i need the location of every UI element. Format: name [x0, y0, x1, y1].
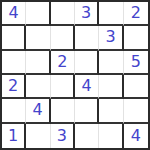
cell-r4c5[interactable]: [99, 75, 123, 99]
cell-r4c3[interactable]: [51, 75, 75, 99]
cell-r4c2[interactable]: [26, 75, 50, 99]
cell-r2c3[interactable]: [51, 26, 75, 50]
cell-r3c4[interactable]: [75, 51, 99, 75]
cell-r1c2[interactable]: [26, 2, 50, 26]
cell-r5c6[interactable]: [124, 99, 148, 123]
cell-r6c3[interactable]: 3: [51, 124, 75, 148]
bricks-board: 432325244134: [0, 0, 150, 150]
cell-r5c5[interactable]: [99, 99, 123, 123]
cell-r1c3[interactable]: [51, 2, 75, 26]
cell-r3c2[interactable]: [26, 51, 50, 75]
cell-r2c5[interactable]: 3: [99, 26, 123, 50]
cell-r2c6[interactable]: [124, 26, 148, 50]
cell-r2c4[interactable]: [75, 26, 99, 50]
cell-r3c1[interactable]: [2, 51, 26, 75]
cell-r6c5[interactable]: [99, 124, 123, 148]
cell-r4c4[interactable]: 4: [75, 75, 99, 99]
cell-r3c5[interactable]: [99, 51, 123, 75]
cell-r6c6[interactable]: 4: [124, 124, 148, 148]
cell-r4c1[interactable]: 2: [2, 75, 26, 99]
bricks-puzzle: 432325244134: [0, 0, 150, 150]
cell-r5c3[interactable]: [51, 99, 75, 123]
cell-r3c6[interactable]: 5: [124, 51, 148, 75]
cell-r5c1[interactable]: [2, 99, 26, 123]
cell-r6c4[interactable]: [75, 124, 99, 148]
cell-r1c1[interactable]: 4: [2, 2, 26, 26]
cell-r1c5[interactable]: [99, 2, 123, 26]
cell-r3c3[interactable]: 2: [51, 51, 75, 75]
cell-r1c4[interactable]: 3: [75, 2, 99, 26]
cell-r5c2[interactable]: 4: [26, 99, 50, 123]
cell-r2c1[interactable]: [2, 26, 26, 50]
cell-r6c2[interactable]: [26, 124, 50, 148]
cell-r5c4[interactable]: [75, 99, 99, 123]
cell-r2c2[interactable]: [26, 26, 50, 50]
cell-r1c6[interactable]: 2: [124, 2, 148, 26]
cell-r4c6[interactable]: [124, 75, 148, 99]
cell-r6c1[interactable]: 1: [2, 124, 26, 148]
